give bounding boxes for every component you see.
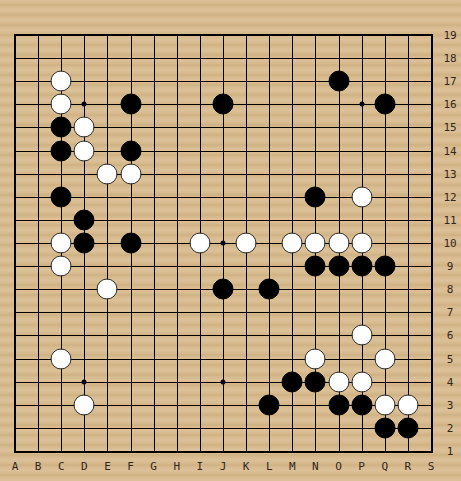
grid-cell — [269, 81, 292, 104]
grid-cell — [15, 382, 38, 405]
grid-cell — [223, 151, 246, 174]
column-label-F: F — [127, 461, 134, 473]
column-label-D: D — [81, 461, 88, 473]
grid-cell — [107, 197, 130, 220]
grid-cell — [154, 335, 177, 358]
grid-cell — [15, 58, 38, 81]
column-label-Q: Q — [381, 461, 388, 473]
grid-cell — [107, 312, 130, 335]
row-label-5: 5 — [447, 352, 454, 365]
stone-white-P6[interactable] — [351, 325, 372, 346]
grid-cell — [223, 428, 246, 451]
star-point-D4 — [82, 379, 87, 384]
grid-cell — [154, 289, 177, 312]
grid-cell — [61, 289, 84, 312]
row-label-19: 19 — [443, 29, 456, 42]
grid-cell — [385, 289, 408, 312]
grid-cell — [408, 174, 431, 197]
stone-white-P4[interactable] — [351, 371, 372, 392]
stone-black-L3[interactable] — [259, 394, 280, 415]
stone-white-C10[interactable] — [51, 232, 72, 253]
grid-cell — [177, 58, 200, 81]
grid-cell — [362, 58, 385, 81]
stone-black-D10[interactable] — [74, 232, 95, 253]
column-label-L: L — [266, 461, 273, 473]
grid-cell — [200, 382, 223, 405]
stone-white-D14[interactable] — [74, 140, 95, 161]
grid-cell — [339, 289, 362, 312]
grid-cell — [177, 266, 200, 289]
stone-white-P10[interactable] — [351, 232, 372, 253]
go-board[interactable]: ABCDEFGHIJKLMNOPQRS 19181716151413121110… — [0, 0, 461, 481]
grid-cell — [131, 312, 154, 335]
stone-white-D3[interactable] — [74, 394, 95, 415]
grid-cell — [84, 312, 107, 335]
grid-cell — [131, 289, 154, 312]
star-point-P16 — [359, 102, 364, 107]
grid-cell — [107, 35, 130, 58]
grid-cell — [154, 243, 177, 266]
grid-cell — [385, 151, 408, 174]
stone-white-C5[interactable] — [51, 348, 72, 369]
row-label-12: 12 — [443, 190, 456, 203]
grid-cell — [292, 405, 315, 428]
grid-cell — [385, 312, 408, 335]
grid-cell — [408, 266, 431, 289]
grid-cell — [246, 335, 269, 358]
column-label-P: P — [358, 461, 365, 473]
grid-cell — [200, 58, 223, 81]
grid-cell — [362, 151, 385, 174]
row-label-9: 9 — [447, 260, 454, 273]
stone-white-O4[interactable] — [328, 371, 349, 392]
grid-cell — [107, 405, 130, 428]
grid-cell — [200, 151, 223, 174]
grid-cell — [246, 127, 269, 150]
grid-cell — [84, 335, 107, 358]
grid-cell — [131, 58, 154, 81]
stone-white-D15[interactable] — [74, 117, 95, 138]
stone-white-O10[interactable] — [328, 232, 349, 253]
grid-cell — [269, 197, 292, 220]
grid-cell — [15, 35, 38, 58]
row-label-3: 3 — [447, 398, 454, 411]
row-label-7: 7 — [447, 306, 454, 319]
grid-cell — [269, 312, 292, 335]
column-label-S: S — [428, 461, 435, 473]
grid-cell — [200, 35, 223, 58]
grid-cell — [223, 405, 246, 428]
row-label-17: 17 — [443, 75, 456, 88]
stone-white-E13[interactable] — [97, 163, 118, 184]
grid-cell — [154, 104, 177, 127]
stone-white-P12[interactable] — [351, 186, 372, 207]
grid-cell — [292, 428, 315, 451]
grid-cell — [154, 35, 177, 58]
grid-cell — [269, 174, 292, 197]
row-label-6: 6 — [447, 329, 454, 342]
grid-cell — [38, 289, 61, 312]
grid-cell — [131, 405, 154, 428]
grid-cell — [15, 312, 38, 335]
grid-cell — [292, 58, 315, 81]
stone-white-Q3[interactable] — [374, 394, 395, 415]
grid-cell — [131, 197, 154, 220]
grid-cell — [269, 428, 292, 451]
grid-cell — [154, 81, 177, 104]
grid-cell — [315, 289, 338, 312]
stone-black-J8[interactable] — [212, 279, 233, 300]
grid-cell — [38, 382, 61, 405]
grid-cell — [246, 104, 269, 127]
grid-cell — [200, 174, 223, 197]
grid-cell — [385, 127, 408, 150]
grid-cell — [15, 174, 38, 197]
star-point-D16 — [82, 102, 87, 107]
stone-white-K10[interactable] — [236, 232, 257, 253]
grid-cell — [385, 35, 408, 58]
grid-cell — [269, 151, 292, 174]
grid-cell — [246, 151, 269, 174]
grid-cell — [339, 428, 362, 451]
grid-cell — [107, 359, 130, 382]
grid-cell — [15, 220, 38, 243]
stone-black-O9[interactable] — [328, 256, 349, 277]
grid-cell — [246, 35, 269, 58]
grid-cell — [177, 104, 200, 127]
grid-cell — [385, 220, 408, 243]
column-label-B: B — [35, 461, 42, 473]
row-label-13: 13 — [443, 167, 456, 180]
grid-cell — [15, 335, 38, 358]
grid-cell — [315, 104, 338, 127]
stone-black-N4[interactable] — [305, 371, 326, 392]
stone-white-N10[interactable] — [305, 232, 326, 253]
grid-cell — [408, 243, 431, 266]
grid-cell — [154, 151, 177, 174]
grid-cell — [339, 127, 362, 150]
row-label-16: 16 — [443, 98, 456, 111]
grid-cell — [84, 58, 107, 81]
grid-cell — [131, 35, 154, 58]
grid-cell — [38, 35, 61, 58]
grid-cell — [292, 127, 315, 150]
grid-cell — [177, 35, 200, 58]
stone-black-L8[interactable] — [259, 279, 280, 300]
stone-black-Q9[interactable] — [374, 256, 395, 277]
column-label-R: R — [405, 461, 412, 473]
grid-cell — [223, 197, 246, 220]
column-label-I: I — [197, 461, 204, 473]
stone-white-C17[interactable] — [51, 71, 72, 92]
row-label-8: 8 — [447, 283, 454, 296]
grid-cell — [385, 58, 408, 81]
stone-white-I10[interactable] — [189, 232, 210, 253]
grid-cell — [269, 127, 292, 150]
grid-cell — [408, 312, 431, 335]
grid-cell — [292, 104, 315, 127]
grid-cell — [154, 382, 177, 405]
column-label-C: C — [58, 461, 65, 473]
grid-cell — [200, 127, 223, 150]
grid-cell — [154, 312, 177, 335]
grid-cell — [200, 197, 223, 220]
grid-cell — [408, 359, 431, 382]
grid-cell — [61, 35, 84, 58]
stone-white-E8[interactable] — [97, 279, 118, 300]
stone-black-Q16[interactable] — [374, 94, 395, 115]
grid-cell — [84, 35, 107, 58]
grid-cell — [131, 335, 154, 358]
grid-cell — [15, 359, 38, 382]
stone-white-C9[interactable] — [51, 256, 72, 277]
grid-cell — [339, 104, 362, 127]
grid-cell — [339, 151, 362, 174]
grid-cell — [154, 127, 177, 150]
grid-cell — [61, 428, 84, 451]
grid-cell — [408, 81, 431, 104]
grid-cell — [200, 335, 223, 358]
grid-cell — [315, 428, 338, 451]
grid-cell — [339, 35, 362, 58]
grid-cell — [362, 127, 385, 150]
stone-black-C12[interactable] — [51, 186, 72, 207]
column-label-A: A — [12, 461, 19, 473]
stone-white-F13[interactable] — [120, 163, 141, 184]
column-label-J: J — [220, 461, 227, 473]
grid-cell — [15, 289, 38, 312]
grid-cell — [246, 174, 269, 197]
grid-cell — [15, 104, 38, 127]
grid-cell — [107, 428, 130, 451]
stone-black-N9[interactable] — [305, 256, 326, 277]
row-label-18: 18 — [443, 52, 456, 65]
stone-black-P3[interactable] — [351, 394, 372, 415]
grid-cell — [177, 382, 200, 405]
grid-cell — [154, 405, 177, 428]
grid-cell — [177, 405, 200, 428]
grid-cell — [315, 151, 338, 174]
grid-cell — [131, 382, 154, 405]
stone-black-O17[interactable] — [328, 71, 349, 92]
grid-cell — [315, 312, 338, 335]
grid-cell — [408, 104, 431, 127]
stone-black-F14[interactable] — [120, 140, 141, 161]
row-label-4: 4 — [447, 375, 454, 388]
stone-black-O3[interactable] — [328, 394, 349, 415]
column-label-H: H — [173, 461, 180, 473]
column-label-G: G — [150, 461, 157, 473]
grid-cell — [292, 151, 315, 174]
grid-cell — [246, 312, 269, 335]
grid-cell — [292, 312, 315, 335]
grid-cell — [292, 289, 315, 312]
grid-cell — [292, 35, 315, 58]
grid-cell — [408, 289, 431, 312]
grid-cell — [154, 58, 177, 81]
grid-cell — [154, 197, 177, 220]
grid-cell — [177, 289, 200, 312]
stone-black-N12[interactable] — [305, 186, 326, 207]
row-label-14: 14 — [443, 144, 456, 157]
grid-cell — [385, 197, 408, 220]
stone-white-N5[interactable] — [305, 348, 326, 369]
grid-cell — [269, 35, 292, 58]
grid-cell — [177, 312, 200, 335]
stone-black-J16[interactable] — [212, 94, 233, 115]
grid-cell — [385, 174, 408, 197]
grid-cell — [200, 428, 223, 451]
grid-cell — [177, 359, 200, 382]
row-label-15: 15 — [443, 121, 456, 134]
stone-black-R2[interactable] — [397, 417, 418, 438]
grid-cell — [15, 266, 38, 289]
stone-white-M10[interactable] — [282, 232, 303, 253]
grid-cell — [223, 174, 246, 197]
grid-cell — [15, 428, 38, 451]
grid-cell — [154, 428, 177, 451]
grid-cell — [408, 58, 431, 81]
grid-cell — [223, 127, 246, 150]
grid-cell — [246, 197, 269, 220]
stone-black-F16[interactable] — [120, 94, 141, 115]
stone-black-M4[interactable] — [282, 371, 303, 392]
grid-cell — [84, 359, 107, 382]
grid-cell — [246, 81, 269, 104]
grid-cell — [408, 35, 431, 58]
column-label-E: E — [104, 461, 111, 473]
grid-cell — [362, 289, 385, 312]
grid-cell — [246, 428, 269, 451]
grid-cell — [408, 220, 431, 243]
column-label-M: M — [289, 461, 296, 473]
column-label-K: K — [243, 461, 250, 473]
grid-cell — [292, 81, 315, 104]
row-label-10: 10 — [443, 236, 456, 249]
star-point-J10 — [220, 240, 225, 245]
grid-cell — [177, 335, 200, 358]
grid-cell — [107, 382, 130, 405]
stone-black-P9[interactable] — [351, 256, 372, 277]
column-label-N: N — [312, 461, 319, 473]
stone-black-F10[interactable] — [120, 232, 141, 253]
grid-cell — [223, 58, 246, 81]
row-label-1: 1 — [447, 444, 454, 457]
grid-cell — [177, 174, 200, 197]
grid-cell — [177, 428, 200, 451]
grid-cell — [15, 197, 38, 220]
grid-cell — [269, 104, 292, 127]
grid-cell — [246, 58, 269, 81]
grid-cell — [15, 81, 38, 104]
grid-cell — [200, 312, 223, 335]
stone-black-D11[interactable] — [74, 209, 95, 230]
grid-cell — [315, 35, 338, 58]
grid-cell — [223, 359, 246, 382]
grid-cell — [154, 220, 177, 243]
grid-cell — [15, 243, 38, 266]
stone-black-C14[interactable] — [51, 140, 72, 161]
grid-cell — [177, 81, 200, 104]
stone-white-R3[interactable] — [397, 394, 418, 415]
grid-cell — [315, 127, 338, 150]
grid-cell — [362, 35, 385, 58]
grid-cell — [38, 428, 61, 451]
grid-cell — [269, 58, 292, 81]
stone-white-C16[interactable] — [51, 94, 72, 115]
stone-black-C15[interactable] — [51, 117, 72, 138]
grid-cell — [84, 428, 107, 451]
column-label-O: O — [335, 461, 342, 473]
grid-cell — [223, 335, 246, 358]
stone-black-Q2[interactable] — [374, 417, 395, 438]
star-point-J4 — [220, 379, 225, 384]
grid-cell — [154, 266, 177, 289]
grid-cell — [61, 312, 84, 335]
grid-cell — [15, 405, 38, 428]
grid-cell — [177, 151, 200, 174]
grid-cell — [107, 335, 130, 358]
stone-white-Q5[interactable] — [374, 348, 395, 369]
grid-cell — [107, 58, 130, 81]
grid-cell — [200, 359, 223, 382]
grid-cell — [200, 405, 223, 428]
grid-cell — [177, 197, 200, 220]
grid-cell — [177, 127, 200, 150]
grid-cell — [223, 35, 246, 58]
row-label-2: 2 — [447, 421, 454, 434]
grid-cell — [269, 335, 292, 358]
grid-cell — [408, 151, 431, 174]
grid-cell — [131, 428, 154, 451]
grid-cell — [223, 382, 246, 405]
grid-cell — [154, 174, 177, 197]
grid-cell — [223, 312, 246, 335]
grid-cell — [15, 127, 38, 150]
grid-cell — [38, 312, 61, 335]
grid-cell — [408, 335, 431, 358]
grid-cell — [408, 197, 431, 220]
grid-cell — [246, 359, 269, 382]
grid-cell — [131, 266, 154, 289]
grid-cell — [84, 81, 107, 104]
grid-cell — [154, 359, 177, 382]
row-label-11: 11 — [443, 213, 456, 226]
grid-cell — [15, 151, 38, 174]
grid-cell — [408, 127, 431, 150]
grid-cell — [131, 359, 154, 382]
grid-cell — [38, 405, 61, 428]
